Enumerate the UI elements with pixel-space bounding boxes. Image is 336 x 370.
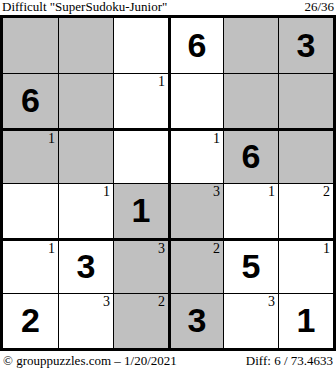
cell-r5c3[interactable]: 3	[113, 238, 168, 293]
sudoku-grid: 636111611312133251232331	[0, 15, 336, 351]
pencil-mark: 2	[213, 241, 220, 256]
cell-r4c1[interactable]	[3, 183, 58, 238]
pencil-mark: 1	[268, 184, 275, 199]
cell-r6c1[interactable]: 2	[3, 293, 58, 348]
cell-r1c2[interactable]	[58, 18, 113, 73]
given-digit: 3	[297, 28, 316, 62]
difficulty-text: Diff: 6 / 73.4633	[246, 353, 333, 369]
cell-r2c1[interactable]: 6	[3, 73, 58, 128]
pencil-mark: 1	[103, 184, 110, 199]
given-digit: 3	[77, 249, 96, 283]
cell-r5c2[interactable]: 3	[58, 238, 113, 293]
given-digit: 6	[188, 28, 207, 62]
given-digit: 1	[297, 303, 316, 337]
pencil-mark: 2	[323, 184, 330, 199]
cell-r6c5[interactable]: 3	[223, 293, 278, 348]
cells-remaining-counter: 26/36	[304, 0, 334, 14]
pencil-mark: 1	[213, 131, 220, 146]
pencil-mark: 3	[103, 294, 110, 309]
pencil-mark: 1	[48, 131, 55, 146]
cell-r5c4[interactable]: 2	[168, 238, 223, 293]
cell-r6c2[interactable]: 3	[58, 293, 113, 348]
puzzle-title: Difficult "SuperSudoku-Junior"	[2, 0, 167, 14]
copyright-text: © grouppuzzles.com – 1/20/2021	[3, 353, 177, 369]
cell-r2c4[interactable]	[168, 73, 223, 128]
cell-r3c4[interactable]: 1	[168, 128, 223, 183]
pencil-mark: 1	[158, 74, 165, 89]
pencil-mark: 3	[158, 241, 165, 256]
cell-r1c1[interactable]	[3, 18, 58, 73]
cell-r3c5[interactable]: 6	[223, 128, 278, 183]
given-digit: 2	[21, 303, 40, 337]
cell-r4c6[interactable]: 2	[278, 183, 333, 238]
given-digit: 6	[242, 139, 261, 173]
cell-r6c4[interactable]: 3	[168, 293, 223, 348]
header: Difficult "SuperSudoku-Junior" 26/36	[0, 0, 336, 15]
cell-r5c1[interactable]: 1	[3, 238, 58, 293]
pencil-mark: 3	[268, 294, 275, 309]
given-digit: 1	[132, 193, 151, 227]
pencil-mark: 1	[323, 241, 330, 256]
cell-r1c4[interactable]: 6	[168, 18, 223, 73]
cell-r4c3[interactable]: 1	[113, 183, 168, 238]
cell-r1c6[interactable]: 3	[278, 18, 333, 73]
given-digit: 3	[188, 303, 207, 337]
cell-r3c1[interactable]: 1	[3, 128, 58, 183]
cell-r4c2[interactable]: 1	[58, 183, 113, 238]
cell-r3c2[interactable]	[58, 128, 113, 183]
cell-r6c6[interactable]: 1	[278, 293, 333, 348]
cell-r3c3[interactable]	[113, 128, 168, 183]
pencil-mark: 2	[158, 294, 165, 309]
cell-r5c6[interactable]: 1	[278, 238, 333, 293]
cell-r2c5[interactable]	[223, 73, 278, 128]
given-digit: 5	[242, 249, 261, 283]
cell-r6c3[interactable]: 2	[113, 293, 168, 348]
cell-r4c5[interactable]: 1	[223, 183, 278, 238]
cell-r2c3[interactable]: 1	[113, 73, 168, 128]
cell-r3c6[interactable]	[278, 128, 333, 183]
pencil-mark: 1	[48, 241, 55, 256]
cell-r4c4[interactable]: 3	[168, 183, 223, 238]
cell-r2c6[interactable]	[278, 73, 333, 128]
cell-r1c3[interactable]	[113, 18, 168, 73]
given-digit: 6	[21, 83, 40, 117]
cell-r5c5[interactable]: 5	[223, 238, 278, 293]
pencil-mark: 3	[213, 184, 220, 199]
footer: © grouppuzzles.com – 1/20/2021 Diff: 6 /…	[0, 351, 336, 370]
cell-r1c5[interactable]	[223, 18, 278, 73]
cell-r2c2[interactable]	[58, 73, 113, 128]
